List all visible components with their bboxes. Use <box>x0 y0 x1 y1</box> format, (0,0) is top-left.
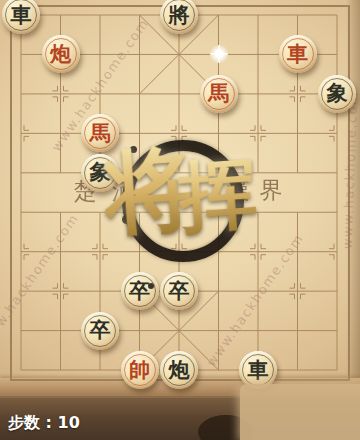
piece-character: 將 <box>169 4 190 25</box>
piece-character: 卒 <box>169 280 190 301</box>
river-char-han: 漢 <box>227 175 250 206</box>
piece-character: 帥 <box>129 359 150 380</box>
game-screen: 楚 河 漢 界 www.hackhome.com www.hackhome.co… <box>0 0 360 440</box>
move-counter: 步数 : 10 <box>8 413 80 434</box>
piece-character: 馬 <box>208 82 229 103</box>
piece-red-馬[interactable]: 馬 <box>200 75 238 113</box>
piece-black-象[interactable]: 象 <box>81 154 119 192</box>
river-char-jie: 界 <box>260 175 283 206</box>
piece-character: 車 <box>11 4 32 25</box>
piece-red-車[interactable]: 車 <box>279 35 317 73</box>
piece-character: 馬 <box>90 122 111 143</box>
piece-black-象[interactable]: 象 <box>318 75 356 113</box>
piece-black-炮[interactable]: 炮 <box>160 351 198 389</box>
piece-character: 象 <box>327 82 348 103</box>
piece-red-帥[interactable]: 帥 <box>121 351 159 389</box>
piece-character: 象 <box>90 161 111 182</box>
piece-red-炮[interactable]: 炮 <box>42 35 80 73</box>
piece-black-卒[interactable]: 卒 <box>81 312 119 350</box>
piece-character: 車 <box>287 43 308 64</box>
piece-black-卒[interactable]: 卒 <box>121 272 159 310</box>
piece-character: 卒 <box>129 280 150 301</box>
piece-character: 卒 <box>90 319 111 340</box>
piece-character: 炮 <box>169 359 190 380</box>
piece-red-馬[interactable]: 馬 <box>81 114 119 152</box>
piece-character: 炮 <box>50 43 71 64</box>
piece-character: 車 <box>248 359 269 380</box>
watermark-blur-box <box>240 384 360 440</box>
move-highlight-sparkle <box>209 44 229 64</box>
piece-black-卒[interactable]: 卒 <box>160 272 198 310</box>
xiangqi-board[interactable]: 楚 河 漢 界 www.hackhome.com www.hackhome.co… <box>0 0 360 396</box>
